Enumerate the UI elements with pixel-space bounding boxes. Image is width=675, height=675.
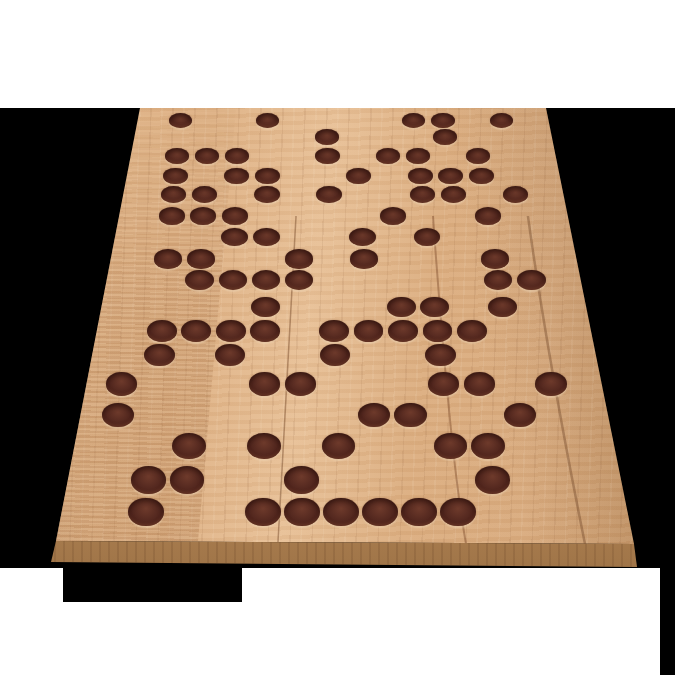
hole-r4c11: [438, 168, 463, 185]
hole-r8c2: [154, 249, 182, 268]
hole-r17c5: [245, 498, 281, 527]
hole-r4c2: [163, 168, 188, 185]
hole-r16c11: [475, 466, 510, 493]
hole-r1c11: [431, 113, 454, 128]
hole-r6c12: [475, 207, 501, 225]
hole-r12c4: [215, 344, 246, 367]
hole-r4c8: [346, 168, 371, 185]
hole-r5c13: [503, 186, 529, 203]
hole-r5c3: [192, 186, 218, 203]
hole-r8c6: [285, 249, 313, 268]
hole-r3c3: [195, 148, 219, 164]
hole-r2c7: [315, 129, 339, 144]
hole-r15c7: [322, 433, 356, 459]
hole-r17c6: [284, 498, 320, 527]
hole-r8c12: [481, 249, 509, 268]
hole-r10c10: [420, 297, 449, 318]
hole-r15c3: [172, 433, 206, 459]
hole-r3c10: [406, 148, 430, 164]
hole-r11c3: [181, 320, 211, 342]
hole-r11c2: [147, 320, 177, 342]
hole-r10c9: [387, 297, 416, 318]
hole-r3c4: [225, 148, 249, 164]
hole-r5c2: [161, 186, 187, 203]
hole-r17c2: [128, 498, 164, 527]
hole-r6c2: [159, 207, 185, 225]
hole-r17c9: [401, 498, 437, 527]
hole-r6c9: [380, 207, 406, 225]
hole-r3c9: [376, 148, 400, 164]
hole-r13c13: [535, 372, 567, 396]
hole-r9c6: [285, 270, 313, 290]
hole-r15c10: [434, 433, 468, 459]
hole-r7c4: [221, 228, 248, 247]
hole-r1c5: [256, 113, 279, 128]
hole-r13c5: [249, 372, 281, 396]
hole-r11c4: [216, 320, 246, 342]
hole-r7c5: [253, 228, 280, 247]
hole-r9c3: [185, 270, 213, 290]
hole-r7c8: [349, 228, 376, 247]
hole-r9c4: [219, 270, 247, 290]
hole-r5c7: [316, 186, 342, 203]
hole-r15c5: [247, 433, 281, 459]
hole-r14c1: [102, 403, 135, 428]
hole-r10c5: [251, 297, 280, 318]
hole-r17c10: [440, 498, 476, 527]
hole-r5c11: [441, 186, 467, 203]
hole-r5c10: [410, 186, 436, 203]
hole-r3c12: [466, 148, 490, 164]
hole-r13c11: [464, 372, 496, 396]
hole-r15c11: [471, 433, 505, 459]
hole-r16c2: [131, 466, 166, 493]
hole-r5c5: [254, 186, 280, 203]
hole-r4c4: [224, 168, 249, 185]
hole-r16c3: [170, 466, 205, 493]
hole-r4c12: [469, 168, 494, 185]
hole-r6c4: [222, 207, 248, 225]
hole-r14c8: [358, 403, 391, 428]
hole-r4c10: [408, 168, 433, 185]
hole-r11c11: [457, 320, 487, 342]
hole-grid: [0, 0, 675, 675]
hole-r12c2: [144, 344, 175, 367]
hole-r11c7: [319, 320, 349, 342]
hole-r2c11: [433, 129, 457, 144]
hole-r11c10: [423, 320, 453, 342]
hole-r17c7: [323, 498, 359, 527]
hole-r3c7: [315, 148, 339, 164]
hole-r13c1: [106, 372, 138, 396]
hole-r4c5: [255, 168, 280, 185]
hole-r14c9: [394, 403, 427, 428]
hole-r11c9: [388, 320, 418, 342]
hole-r6c3: [190, 207, 216, 225]
hole-r1c13: [490, 113, 513, 128]
hole-r7c10: [414, 228, 441, 247]
hole-r12c10: [425, 344, 456, 367]
hole-r13c6: [285, 372, 317, 396]
hole-r1c2: [169, 113, 192, 128]
hole-r8c3: [187, 249, 215, 268]
hole-r16c6: [284, 466, 319, 493]
hole-r9c12: [484, 270, 512, 290]
hole-r12c7: [320, 344, 351, 367]
hole-r11c8: [354, 320, 384, 342]
hole-r9c13: [517, 270, 545, 290]
hole-r14c12: [504, 403, 537, 428]
hole-r3c2: [165, 148, 189, 164]
hole-r10c12: [488, 297, 517, 318]
hole-r17c8: [362, 498, 398, 527]
product-photo-canvas: [0, 0, 675, 675]
hole-r8c8: [350, 249, 378, 268]
hole-r13c10: [428, 372, 460, 396]
hole-r1c10: [402, 113, 425, 128]
hole-r9c5: [252, 270, 280, 290]
hole-r11c5: [250, 320, 280, 342]
